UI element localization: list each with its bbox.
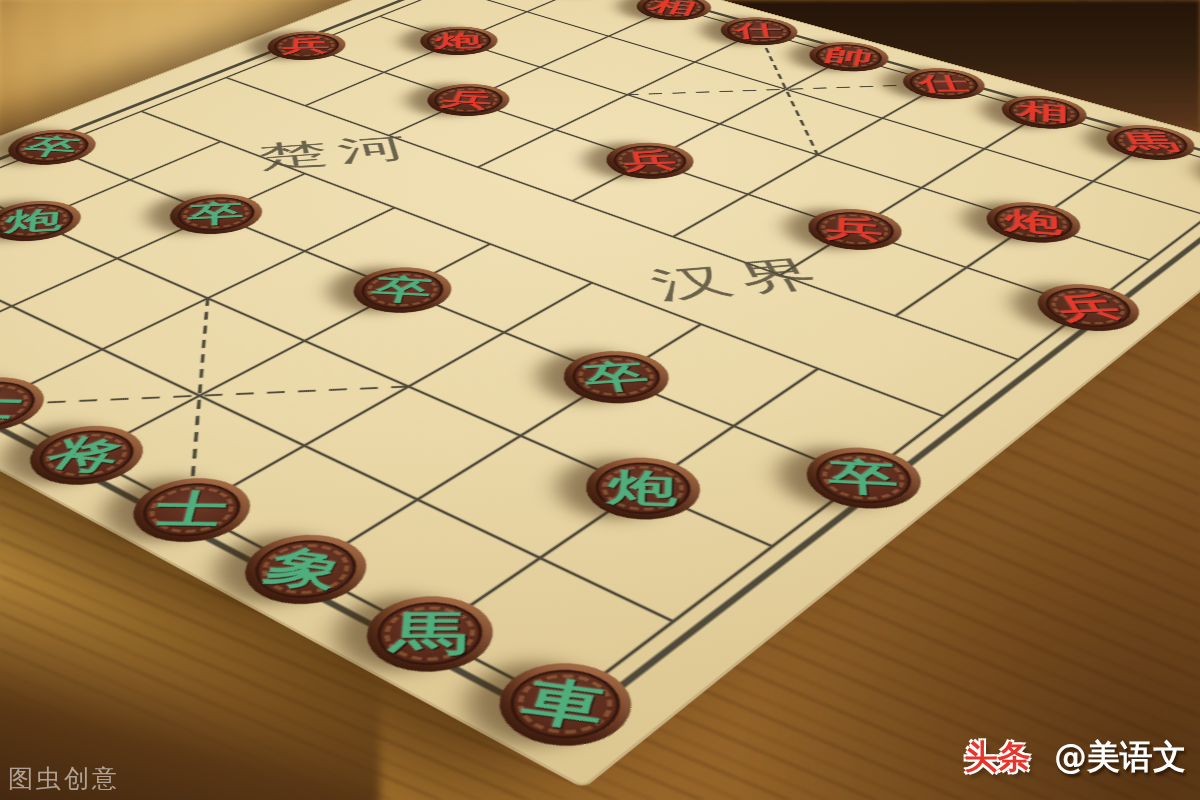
green-soldier-glyph: 卒 bbox=[828, 458, 901, 498]
red-general-glyph: 帥 bbox=[822, 46, 875, 68]
red-cannon-glyph: 炮 bbox=[435, 32, 483, 50]
green-advisor-glyph: 士 bbox=[151, 490, 232, 530]
toutiao-handle: @美语文 bbox=[1054, 737, 1186, 776]
red-advisor-glyph: 仕 bbox=[734, 22, 784, 39]
green-general-glyph: 将 bbox=[41, 433, 132, 477]
green-advisor-glyph: 士 bbox=[0, 387, 29, 421]
green-cannon-glyph: 炮 bbox=[607, 468, 679, 508]
river-label-hanjie: 汉界 bbox=[643, 252, 838, 308]
red-soldier-glyph: 兵 bbox=[825, 215, 883, 243]
red-elephant-glyph: 相 bbox=[647, 0, 700, 17]
green-soldier-glyph: 卒 bbox=[368, 275, 436, 306]
toutiao-watermark: 头条 @美语文 bbox=[965, 735, 1187, 780]
river-label-chuhe: 楚河 bbox=[256, 130, 422, 174]
green-elephant-glyph: 象 bbox=[259, 544, 352, 595]
red-advisor-glyph: 仕 bbox=[915, 74, 972, 93]
green-chariot-glyph: 車 bbox=[517, 674, 612, 734]
red-elephant-glyph: 相 bbox=[1018, 100, 1070, 124]
red-soldier-glyph: 兵 bbox=[282, 36, 331, 54]
green-horse-glyph: 馬 bbox=[389, 610, 469, 656]
red-soldier-glyph: 兵 bbox=[439, 89, 497, 111]
red-soldier-glyph: 兵 bbox=[621, 149, 680, 173]
toutiao-badge: 头条 bbox=[965, 737, 1031, 776]
green-soldier-glyph: 卒 bbox=[18, 135, 85, 159]
photo-agency-watermark: 图虫创意 bbox=[8, 762, 120, 795]
green-soldier-glyph: 卒 bbox=[580, 359, 653, 395]
green-cannon-glyph: 炮 bbox=[3, 207, 63, 235]
red-cannon-glyph: 炮 bbox=[1004, 208, 1062, 237]
red-horse-glyph: 馬 bbox=[1118, 132, 1184, 154]
green-soldier-glyph: 卒 bbox=[187, 201, 244, 228]
red-soldier-glyph: 兵 bbox=[1050, 292, 1128, 323]
